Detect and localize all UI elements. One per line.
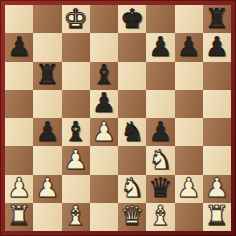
square-b6[interactable]: ♜ (33, 62, 61, 90)
piece-black-king-icon: ♚ (120, 5, 144, 32)
square-e4[interactable]: ♞ (118, 118, 146, 146)
square-e2[interactable]: ♞ (118, 175, 146, 203)
piece-white-king-icon: ♚ (64, 5, 88, 32)
square-c7[interactable] (62, 33, 90, 61)
square-f7[interactable]: ♟ (146, 33, 174, 61)
piece-white-knight-icon: ♞ (148, 146, 172, 173)
square-c2[interactable] (62, 175, 90, 203)
piece-black-knight-icon: ♞ (120, 118, 144, 145)
square-a6[interactable] (5, 62, 33, 90)
square-h8[interactable]: ♜ (203, 5, 231, 33)
square-d5[interactable]: ♟ (90, 90, 118, 118)
piece-white-bishop-icon: ♝ (64, 203, 88, 230)
square-e1[interactable]: ♛ (118, 203, 146, 231)
piece-black-queen-icon: ♛ (148, 175, 172, 202)
piece-white-bishop-icon: ♝ (148, 203, 172, 230)
square-c3[interactable]: ♟ (62, 146, 90, 174)
piece-black-bishop-icon: ♝ (64, 118, 88, 145)
square-c1[interactable]: ♝ (62, 203, 90, 231)
square-h3[interactable] (203, 146, 231, 174)
square-b2[interactable]: ♟ (33, 175, 61, 203)
piece-black-pawn-icon: ♟ (92, 90, 116, 117)
piece-black-rook-icon: ♜ (205, 5, 229, 32)
square-b5[interactable] (33, 90, 61, 118)
piece-black-pawn-icon: ♟ (7, 33, 31, 60)
square-h5[interactable] (203, 90, 231, 118)
square-g6[interactable] (175, 62, 203, 90)
square-d1[interactable] (90, 203, 118, 231)
piece-white-rook-icon: ♜ (7, 203, 31, 230)
square-a2[interactable]: ♟ (5, 175, 33, 203)
square-f8[interactable] (146, 5, 174, 33)
square-f1[interactable]: ♝ (146, 203, 174, 231)
chess-board: ♚♚♜♟♟♟♟♜♝♟♟♝♟♞♟♟♞♟♟♞♛♟♟♜♝♛♝♜ (5, 5, 231, 231)
piece-white-queen-icon: ♛ (120, 203, 144, 230)
square-d3[interactable] (90, 146, 118, 174)
piece-black-pawn-icon: ♟ (35, 118, 59, 145)
piece-white-pawn-icon: ♟ (7, 175, 31, 202)
piece-white-pawn-icon: ♟ (177, 175, 201, 202)
square-f5[interactable] (146, 90, 174, 118)
piece-white-pawn-icon: ♟ (205, 175, 229, 202)
piece-white-pawn-icon: ♟ (92, 118, 116, 145)
board-frame: ♚♚♜♟♟♟♟♜♝♟♟♝♟♞♟♟♞♟♟♞♛♟♟♜♝♛♝♜ (0, 0, 236, 236)
square-h1[interactable]: ♜ (203, 203, 231, 231)
square-f4[interactable]: ♟ (146, 118, 174, 146)
square-c4[interactable]: ♝ (62, 118, 90, 146)
square-g1[interactable] (175, 203, 203, 231)
square-a1[interactable]: ♜ (5, 203, 33, 231)
square-e3[interactable] (118, 146, 146, 174)
square-a7[interactable]: ♟ (5, 33, 33, 61)
square-h4[interactable] (203, 118, 231, 146)
square-c6[interactable] (62, 62, 90, 90)
square-d8[interactable] (90, 5, 118, 33)
square-d6[interactable]: ♝ (90, 62, 118, 90)
square-b1[interactable] (33, 203, 61, 231)
square-b8[interactable] (33, 5, 61, 33)
square-a4[interactable] (5, 118, 33, 146)
square-e6[interactable] (118, 62, 146, 90)
square-b4[interactable]: ♟ (33, 118, 61, 146)
square-b3[interactable] (33, 146, 61, 174)
piece-white-knight-icon: ♞ (120, 175, 144, 202)
square-e8[interactable]: ♚ (118, 5, 146, 33)
piece-black-pawn-icon: ♟ (177, 33, 201, 60)
square-h2[interactable]: ♟ (203, 175, 231, 203)
square-a3[interactable] (5, 146, 33, 174)
square-e5[interactable] (118, 90, 146, 118)
square-f3[interactable]: ♞ (146, 146, 174, 174)
square-e7[interactable] (118, 33, 146, 61)
piece-white-pawn-icon: ♟ (35, 175, 59, 202)
piece-black-pawn-icon: ♟ (148, 33, 172, 60)
square-d7[interactable] (90, 33, 118, 61)
square-c8[interactable]: ♚ (62, 5, 90, 33)
square-f2[interactable]: ♛ (146, 175, 174, 203)
square-g3[interactable] (175, 146, 203, 174)
square-g8[interactable] (175, 5, 203, 33)
piece-white-rook-icon: ♜ (205, 203, 229, 230)
square-d4[interactable]: ♟ (90, 118, 118, 146)
piece-black-pawn-icon: ♟ (205, 33, 229, 60)
square-a8[interactable] (5, 5, 33, 33)
square-g5[interactable] (175, 90, 203, 118)
square-a5[interactable] (5, 90, 33, 118)
piece-black-bishop-icon: ♝ (92, 62, 116, 89)
square-h6[interactable] (203, 62, 231, 90)
piece-black-pawn-icon: ♟ (148, 118, 172, 145)
square-g4[interactable] (175, 118, 203, 146)
square-g7[interactable]: ♟ (175, 33, 203, 61)
square-d2[interactable] (90, 175, 118, 203)
square-b7[interactable] (33, 33, 61, 61)
piece-black-rook-icon: ♜ (35, 62, 59, 89)
square-g2[interactable]: ♟ (175, 175, 203, 203)
square-f6[interactable] (146, 62, 174, 90)
square-c5[interactable] (62, 90, 90, 118)
square-h7[interactable]: ♟ (203, 33, 231, 61)
piece-white-pawn-icon: ♟ (64, 146, 88, 173)
